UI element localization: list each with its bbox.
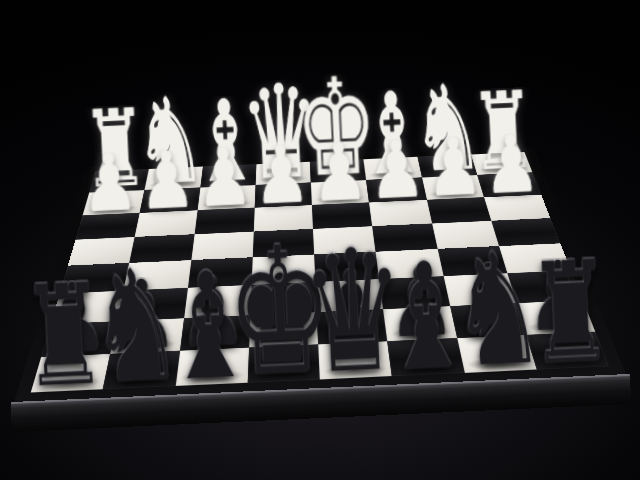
- square-f2[interactable]: ♟: [366, 178, 426, 203]
- piece-wP-g2[interactable]: ♟: [425, 134, 484, 201]
- piece-wP-e2[interactable]: ♟: [310, 140, 369, 207]
- piece-wP-f2[interactable]: ♟: [367, 137, 426, 204]
- square-d2[interactable]: ♟: [255, 183, 312, 208]
- square-h2[interactable]: ♟: [477, 173, 541, 198]
- piece-wP-d2[interactable]: ♟: [252, 142, 311, 209]
- piece-bB-c8[interactable]: ♝: [161, 265, 256, 389]
- chess-board: ♜♞♝♛♚♝♞♜♟♟♟♟♟♟♟♟♟♟♟♟♟♟♟♟♜♞♝♚♛♝♞♜: [14, 147, 627, 404]
- piece-bQ-e8[interactable]: ♛: [299, 240, 408, 383]
- square-e8[interactable]: ♛: [318, 341, 392, 379]
- square-c2[interactable]: ♟: [197, 185, 255, 210]
- square-a2[interactable]: ♟: [83, 190, 145, 215]
- board-grid: ♜♞♝♛♚♝♞♜♟♟♟♟♟♟♟♟♟♟♟♟♟♟♟♟♜♞♝♚♛♝♞♜: [31, 152, 609, 393]
- piece-wP-a2[interactable]: ♟: [80, 150, 139, 217]
- piece-wP-h2[interactable]: ♟: [482, 132, 541, 199]
- square-e2[interactable]: ♟: [311, 180, 369, 205]
- square-b2[interactable]: ♟: [140, 188, 200, 213]
- square-g2[interactable]: ♟: [422, 175, 484, 200]
- piece-wP-b2[interactable]: ♟: [137, 147, 196, 214]
- board-assembly: ♜♞♝♛♚♝♞♜♟♟♟♟♟♟♟♟♟♟♟♟♟♟♟♟♜♞♝♚♛♝♞♜: [0, 0, 631, 480]
- piece-wP-c2[interactable]: ♟: [195, 145, 254, 212]
- chess-photo-scene: ♜♞♝♛♚♝♞♜♟♟♟♟♟♟♟♟♟♟♟♟♟♟♟♟♜♞♝♚♛♝♞♜: [0, 0, 640, 480]
- square-c8[interactable]: ♝: [175, 347, 249, 386]
